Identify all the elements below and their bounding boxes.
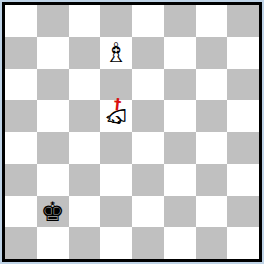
square-a2[interactable] [5, 196, 37, 228]
square-c6[interactable] [69, 69, 101, 101]
square-a8[interactable] [5, 5, 37, 37]
square-h7[interactable] [227, 37, 259, 69]
square-h2[interactable] [227, 196, 259, 228]
square-b8[interactable] [37, 5, 69, 37]
square-d5[interactable]: ♘† [100, 100, 132, 132]
square-e1[interactable] [132, 227, 164, 259]
square-b5[interactable] [37, 100, 69, 132]
square-d1[interactable] [100, 227, 132, 259]
white-bishop-piece: ♗ [104, 39, 128, 66]
square-f7[interactable] [164, 37, 196, 69]
square-g7[interactable] [196, 37, 228, 69]
square-f1[interactable] [164, 227, 196, 259]
square-d3[interactable] [100, 164, 132, 196]
square-g2[interactable] [196, 196, 228, 228]
square-f3[interactable] [164, 164, 196, 196]
square-a4[interactable] [5, 132, 37, 164]
square-e5[interactable] [132, 100, 164, 132]
square-e7[interactable] [132, 37, 164, 69]
square-g8[interactable] [196, 5, 228, 37]
square-b6[interactable] [37, 69, 69, 101]
square-g6[interactable] [196, 69, 228, 101]
square-c1[interactable] [69, 227, 101, 259]
square-f4[interactable] [164, 132, 196, 164]
square-f5[interactable] [164, 100, 196, 132]
square-h5[interactable] [227, 100, 259, 132]
square-b2[interactable]: ♚ [37, 196, 69, 228]
square-a3[interactable] [5, 164, 37, 196]
square-g5[interactable] [196, 100, 228, 132]
square-c4[interactable] [69, 132, 101, 164]
square-c7[interactable] [69, 37, 101, 69]
square-a1[interactable] [5, 227, 37, 259]
square-c3[interactable] [69, 164, 101, 196]
white-royal-equihopper-rotated-knight-piece: ♘ [104, 105, 129, 127]
square-b3[interactable] [37, 164, 69, 196]
square-g1[interactable] [196, 227, 228, 259]
square-a6[interactable] [5, 69, 37, 101]
square-h6[interactable] [227, 69, 259, 101]
chess-board: ♗♘†♚ [2, 2, 262, 262]
square-d7[interactable]: ♗ [100, 37, 132, 69]
black-king-piece: ♚ [41, 198, 65, 225]
square-d8[interactable] [100, 5, 132, 37]
square-b1[interactable] [37, 227, 69, 259]
square-d6[interactable] [100, 69, 132, 101]
square-c2[interactable] [69, 196, 101, 228]
square-f6[interactable] [164, 69, 196, 101]
diagram-frame: ♗♘†♚ [0, 0, 264, 264]
square-a7[interactable] [5, 37, 37, 69]
square-f2[interactable] [164, 196, 196, 228]
square-e2[interactable] [132, 196, 164, 228]
square-h3[interactable] [227, 164, 259, 196]
square-b4[interactable] [37, 132, 69, 164]
square-c8[interactable] [69, 5, 101, 37]
square-g4[interactable] [196, 132, 228, 164]
square-h1[interactable] [227, 227, 259, 259]
square-h4[interactable] [227, 132, 259, 164]
square-a5[interactable] [5, 100, 37, 132]
square-d2[interactable] [100, 196, 132, 228]
square-g3[interactable] [196, 164, 228, 196]
square-c5[interactable] [69, 100, 101, 132]
square-d4[interactable] [100, 132, 132, 164]
square-h8[interactable] [227, 5, 259, 37]
square-e8[interactable] [132, 5, 164, 37]
square-e3[interactable] [132, 164, 164, 196]
square-e6[interactable] [132, 69, 164, 101]
square-b7[interactable] [37, 37, 69, 69]
square-f8[interactable] [164, 5, 196, 37]
square-e4[interactable] [132, 132, 164, 164]
